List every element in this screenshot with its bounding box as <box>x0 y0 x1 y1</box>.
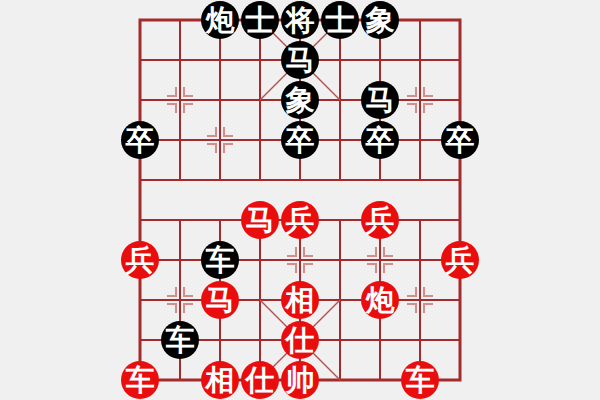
piece-red-soldier[interactable]: 兵 <box>281 201 319 239</box>
piece-black-cannon[interactable]: 炮 <box>201 1 239 39</box>
piece-black-elephant[interactable]: 象 <box>361 1 399 39</box>
piece-red-soldier[interactable]: 兵 <box>441 241 479 279</box>
piece-red-cannon[interactable]: 炮 <box>361 281 399 319</box>
piece-black-horse[interactable]: 马 <box>281 41 319 79</box>
piece-black-soldier[interactable]: 卒 <box>281 121 319 159</box>
piece-black-horse[interactable]: 马 <box>361 81 399 119</box>
piece-red-advisor[interactable]: 仕 <box>281 321 319 359</box>
pieces-layer: 炮士将士象马象马卒卒卒卒车车马兵兵兵兵马相炮仕车相仕帅车 <box>0 0 600 400</box>
piece-black-chariot[interactable]: 车 <box>161 321 199 359</box>
piece-black-soldier[interactable]: 卒 <box>441 121 479 159</box>
piece-red-chariot[interactable]: 车 <box>121 361 159 399</box>
piece-red-elephant[interactable]: 相 <box>201 361 239 399</box>
piece-red-soldier[interactable]: 兵 <box>361 201 399 239</box>
piece-black-advisor[interactable]: 士 <box>241 1 279 39</box>
piece-red-horse[interactable]: 马 <box>241 201 279 239</box>
piece-red-chariot[interactable]: 车 <box>401 361 439 399</box>
xiangqi-board: 炮士将士象马象马卒卒卒卒车车马兵兵兵兵马相炮仕车相仕帅车 <box>0 0 600 400</box>
piece-red-elephant[interactable]: 相 <box>281 281 319 319</box>
piece-red-advisor[interactable]: 仕 <box>241 361 279 399</box>
piece-black-soldier[interactable]: 卒 <box>361 121 399 159</box>
piece-red-general[interactable]: 帅 <box>281 361 319 399</box>
piece-black-advisor[interactable]: 士 <box>321 1 359 39</box>
piece-black-elephant[interactable]: 象 <box>281 81 319 119</box>
piece-black-general[interactable]: 将 <box>281 1 319 39</box>
piece-red-horse[interactable]: 马 <box>201 281 239 319</box>
piece-black-chariot[interactable]: 车 <box>201 241 239 279</box>
piece-red-soldier[interactable]: 兵 <box>121 241 159 279</box>
piece-black-soldier[interactable]: 卒 <box>121 121 159 159</box>
